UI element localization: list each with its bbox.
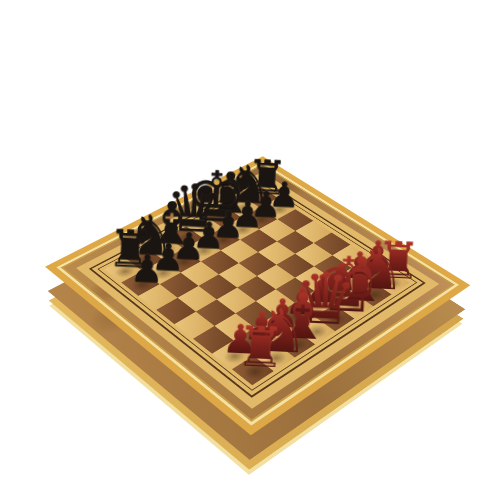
piece-red-rook[interactable]: ♜ xyxy=(229,319,292,377)
board-base: ♜♞♝♛♚♝♞♜♟♟♟♟♟♟♟♟♟♟♟♟♟♟♟♟♜♞♝♛♚♝♞♜ xyxy=(45,156,470,435)
piece-black-pawn[interactable]: ♟ xyxy=(118,249,176,289)
camera-lean: ♜♞♝♛♚♝♞♜♟♟♟♟♟♟♟♟♟♟♟♟♟♟♟♟♜♞♝♛♚♝♞♜ xyxy=(0,0,500,500)
product-photo-canvas: ♜♞♝♛♚♝♞♜♟♟♟♟♟♟♟♟♟♟♟♟♟♟♟♟♜♞♝♛♚♝♞♜ xyxy=(0,0,500,500)
square-a1[interactable]: ♜ xyxy=(232,356,274,386)
